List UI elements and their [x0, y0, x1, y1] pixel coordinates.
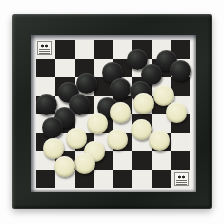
white-checker-piece[interactable]	[107, 129, 128, 150]
square-a7[interactable]	[36, 59, 55, 78]
square-f2[interactable]	[132, 151, 151, 170]
white-checker-piece[interactable]	[66, 128, 87, 149]
square-g2[interactable]	[152, 151, 171, 170]
black-checker-piece[interactable]	[36, 94, 57, 115]
black-checker-piece[interactable]	[76, 73, 97, 94]
brand-sticker-top-left	[37, 41, 52, 55]
square-f1[interactable]	[132, 170, 151, 189]
white-checker-piece[interactable]	[153, 85, 174, 106]
white-checker-piece[interactable]	[54, 156, 75, 177]
brand-sticker-bottom-right	[174, 172, 189, 186]
square-g1[interactable]	[152, 170, 171, 189]
white-checker-piece[interactable]	[74, 153, 95, 174]
square-e2[interactable]	[113, 151, 132, 170]
black-checker-piece[interactable]	[170, 60, 191, 81]
square-b8[interactable]	[55, 40, 74, 59]
black-checker-piece[interactable]	[110, 78, 131, 99]
white-checker-piece[interactable]	[149, 130, 170, 151]
square-d1[interactable]	[94, 170, 113, 189]
sticker-logo-icon	[177, 175, 186, 179]
white-checker-piece[interactable]	[110, 102, 131, 123]
square-h2[interactable]	[171, 151, 190, 170]
square-a6[interactable]	[36, 77, 55, 96]
square-h3[interactable]	[171, 133, 190, 152]
white-checker-piece[interactable]	[43, 138, 64, 159]
sticker-text-lines	[176, 180, 187, 185]
sticker-text-lines	[39, 49, 50, 54]
black-checker-piece[interactable]	[42, 117, 63, 138]
white-checker-piece[interactable]	[87, 113, 108, 134]
square-d8[interactable]	[94, 40, 113, 59]
white-checker-piece[interactable]	[133, 93, 154, 114]
square-a1[interactable]	[36, 170, 55, 189]
white-checker-piece[interactable]	[166, 102, 187, 123]
white-checker-piece[interactable]	[131, 119, 152, 140]
sticker-logo-icon	[40, 44, 49, 48]
product-photo	[0, 0, 224, 224]
square-e1[interactable]	[113, 170, 132, 189]
square-b7[interactable]	[55, 59, 74, 78]
square-c8[interactable]	[75, 40, 94, 59]
